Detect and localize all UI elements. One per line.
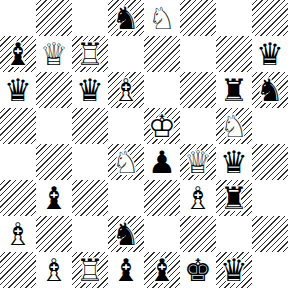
black-rook-glyph: ♜ — [216, 180, 252, 216]
square-c7[interactable]: ♜♖ — [72, 36, 108, 72]
square-d6[interactable]: ♝♗ — [108, 72, 144, 108]
piece-black-bishop: ♝♝ — [0, 36, 36, 72]
square-d5[interactable] — [108, 108, 144, 144]
black-king-glyph: ♚ — [180, 252, 216, 288]
square-b3[interactable]: ♝♝ — [36, 180, 72, 216]
square-e3[interactable] — [144, 180, 180, 216]
square-a7[interactable]: ♝♝ — [0, 36, 36, 72]
square-a3[interactable] — [0, 180, 36, 216]
square-a5[interactable] — [0, 108, 36, 144]
square-b1[interactable]: ♝♗ — [36, 252, 72, 288]
square-a4[interactable] — [0, 144, 36, 180]
piece-white-bishop: ♝♗ — [36, 252, 72, 288]
piece-black-queen: ♛♛ — [252, 36, 288, 72]
square-a1[interactable] — [0, 252, 36, 288]
white-queen-glyph: ♕ — [36, 36, 72, 72]
piece-black-queen: ♛♛ — [216, 252, 252, 288]
black-queen-glyph: ♛ — [216, 144, 252, 180]
black-bishop-glyph: ♝ — [0, 36, 36, 72]
chess-board: ♞♞♞♘♝♝♛♕♜♖♛♛♛♛♛♛♝♗♜♜♞♞♚♔♞♘♞♘♟♟♛♕♛♛♝♝♝♗♜♜… — [0, 0, 288, 288]
square-b8[interactable] — [36, 0, 72, 36]
piece-black-bishop: ♝♝ — [144, 252, 180, 288]
piece-white-king: ♚♔ — [144, 108, 180, 144]
square-f7[interactable] — [180, 36, 216, 72]
piece-white-bishop: ♝♗ — [180, 180, 216, 216]
piece-black-queen: ♛♛ — [216, 144, 252, 180]
square-d8[interactable]: ♞♞ — [108, 0, 144, 36]
square-f5[interactable] — [180, 108, 216, 144]
white-knight-glyph: ♘ — [108, 144, 144, 180]
square-f8[interactable] — [180, 0, 216, 36]
black-queen-glyph: ♛ — [216, 252, 252, 288]
square-c4[interactable] — [72, 144, 108, 180]
piece-black-queen: ♛♛ — [0, 72, 36, 108]
piece-black-knight: ♞♞ — [108, 216, 144, 252]
piece-black-knight: ♞♞ — [252, 72, 288, 108]
black-pawn-glyph: ♟ — [144, 144, 180, 180]
square-c1[interactable]: ♜♖ — [72, 252, 108, 288]
square-c6[interactable]: ♛♛ — [72, 72, 108, 108]
square-h1[interactable] — [252, 252, 288, 288]
square-d2[interactable]: ♞♞ — [108, 216, 144, 252]
square-g5[interactable]: ♞♘ — [216, 108, 252, 144]
square-e8[interactable]: ♞♘ — [144, 0, 180, 36]
square-f1[interactable]: ♚♚ — [180, 252, 216, 288]
piece-black-king: ♚♚ — [180, 252, 216, 288]
square-h6[interactable]: ♞♞ — [252, 72, 288, 108]
white-rook-glyph: ♖ — [72, 252, 108, 288]
chess-diagram: ♞♞♞♘♝♝♛♕♜♖♛♛♛♛♛♛♝♗♜♜♞♞♚♔♞♘♞♘♟♟♛♕♛♛♝♝♝♗♜♜… — [0, 0, 288, 288]
square-b7[interactable]: ♛♕ — [36, 36, 72, 72]
square-b2[interactable] — [36, 216, 72, 252]
square-c8[interactable] — [72, 0, 108, 36]
piece-black-pawn: ♟♟ — [144, 144, 180, 180]
square-g7[interactable] — [216, 36, 252, 72]
piece-white-knight: ♞♘ — [108, 144, 144, 180]
black-knight-glyph: ♞ — [252, 72, 288, 108]
square-g8[interactable] — [216, 0, 252, 36]
square-e7[interactable] — [144, 36, 180, 72]
square-b6[interactable] — [36, 72, 72, 108]
square-h2[interactable] — [252, 216, 288, 252]
square-c2[interactable] — [72, 216, 108, 252]
square-g6[interactable]: ♜♜ — [216, 72, 252, 108]
black-queen-glyph: ♛ — [252, 36, 288, 72]
white-king-glyph: ♔ — [144, 108, 180, 144]
square-e6[interactable] — [144, 72, 180, 108]
piece-black-knight: ♞♞ — [108, 0, 144, 36]
square-a6[interactable]: ♛♛ — [0, 72, 36, 108]
square-g3[interactable]: ♜♜ — [216, 180, 252, 216]
black-knight-glyph: ♞ — [108, 216, 144, 252]
piece-black-rook: ♜♜ — [216, 72, 252, 108]
square-g1[interactable]: ♛♛ — [216, 252, 252, 288]
square-f6[interactable] — [180, 72, 216, 108]
square-b4[interactable] — [36, 144, 72, 180]
piece-white-queen: ♛♕ — [180, 144, 216, 180]
white-queen-glyph: ♕ — [180, 144, 216, 180]
square-c5[interactable] — [72, 108, 108, 144]
piece-white-queen: ♛♕ — [36, 36, 72, 72]
black-bishop-glyph: ♝ — [36, 180, 72, 216]
square-h4[interactable] — [252, 144, 288, 180]
black-queen-glyph: ♛ — [0, 72, 36, 108]
piece-black-bishop: ♝♝ — [108, 252, 144, 288]
square-d4[interactable]: ♞♘ — [108, 144, 144, 180]
black-knight-glyph: ♞ — [108, 0, 144, 36]
white-knight-glyph: ♘ — [216, 108, 252, 144]
black-queen-glyph: ♛ — [72, 72, 108, 108]
square-c3[interactable] — [72, 180, 108, 216]
piece-white-bishop: ♝♗ — [108, 72, 144, 108]
square-g2[interactable] — [216, 216, 252, 252]
square-b5[interactable] — [36, 108, 72, 144]
square-a2[interactable]: ♝♗ — [0, 216, 36, 252]
piece-white-knight: ♞♘ — [144, 0, 180, 36]
square-h8[interactable] — [252, 0, 288, 36]
square-f2[interactable] — [180, 216, 216, 252]
square-h5[interactable] — [252, 108, 288, 144]
square-e4[interactable]: ♟♟ — [144, 144, 180, 180]
square-g4[interactable]: ♛♛ — [216, 144, 252, 180]
black-bishop-glyph: ♝ — [108, 252, 144, 288]
square-d7[interactable] — [108, 36, 144, 72]
piece-black-queen: ♛♛ — [72, 72, 108, 108]
white-bishop-glyph: ♗ — [180, 180, 216, 216]
square-f4[interactable]: ♛♕ — [180, 144, 216, 180]
square-f3[interactable]: ♝♗ — [180, 180, 216, 216]
white-bishop-glyph: ♗ — [0, 216, 36, 252]
black-rook-glyph: ♜ — [216, 72, 252, 108]
piece-white-bishop: ♝♗ — [0, 216, 36, 252]
piece-black-rook: ♜♜ — [216, 180, 252, 216]
square-e1[interactable]: ♝♝ — [144, 252, 180, 288]
square-d3[interactable] — [108, 180, 144, 216]
square-e5[interactable]: ♚♔ — [144, 108, 180, 144]
square-d1[interactable]: ♝♝ — [108, 252, 144, 288]
square-h3[interactable] — [252, 180, 288, 216]
white-bishop-glyph: ♗ — [36, 252, 72, 288]
piece-black-bishop: ♝♝ — [36, 180, 72, 216]
white-rook-glyph: ♖ — [72, 36, 108, 72]
piece-white-rook: ♜♖ — [72, 252, 108, 288]
square-e2[interactable] — [144, 216, 180, 252]
black-bishop-glyph: ♝ — [144, 252, 180, 288]
white-knight-glyph: ♘ — [144, 0, 180, 36]
piece-white-rook: ♜♖ — [72, 36, 108, 72]
piece-white-knight: ♞♘ — [216, 108, 252, 144]
square-a8[interactable] — [0, 0, 36, 36]
square-h7[interactable]: ♛♛ — [252, 36, 288, 72]
white-bishop-glyph: ♗ — [108, 72, 144, 108]
